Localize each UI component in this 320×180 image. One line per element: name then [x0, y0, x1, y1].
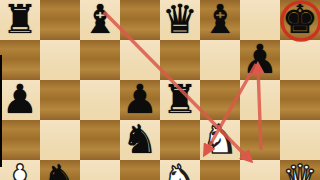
- black-queen[interactable]: ♛: [160, 0, 200, 39]
- white-knight[interactable]: ♞: [160, 159, 200, 180]
- black-bishop[interactable]: ♝: [200, 0, 240, 39]
- square-f8[interactable]: ♝: [200, 0, 240, 40]
- black-knight[interactable]: ♞: [120, 119, 160, 159]
- square-c7[interactable]: [80, 40, 120, 80]
- square-c8[interactable]: ♝: [80, 0, 120, 40]
- black-bishop[interactable]: ♝: [80, 0, 120, 39]
- square-h6[interactable]: [280, 80, 320, 120]
- square-c5[interactable]: [80, 120, 120, 160]
- square-g5[interactable]: [240, 120, 280, 160]
- board-grid: ♜♝♛♝♚♟♟♟♜♞♞♟♞♞♛: [0, 0, 320, 180]
- square-d8[interactable]: [120, 0, 160, 40]
- square-a5[interactable]: [0, 120, 40, 160]
- square-b5[interactable]: [40, 120, 80, 160]
- square-h4[interactable]: ♛: [280, 160, 320, 180]
- black-knight[interactable]: ♞: [40, 159, 80, 180]
- square-a7[interactable]: [0, 40, 40, 80]
- square-g6[interactable]: [240, 80, 280, 120]
- square-d7[interactable]: [120, 40, 160, 80]
- square-h8[interactable]: ♚: [280, 0, 320, 40]
- square-a4[interactable]: ♟: [0, 160, 40, 180]
- square-d5[interactable]: ♞: [120, 120, 160, 160]
- square-b4[interactable]: ♞: [40, 160, 80, 180]
- white-pawn[interactable]: ♟: [0, 159, 40, 180]
- square-e7[interactable]: [160, 40, 200, 80]
- square-e6[interactable]: ♜: [160, 80, 200, 120]
- square-f7[interactable]: [200, 40, 240, 80]
- black-pawn[interactable]: ♟: [0, 79, 40, 119]
- black-rook[interactable]: ♜: [0, 0, 40, 39]
- square-h7[interactable]: [280, 40, 320, 80]
- square-e5[interactable]: [160, 120, 200, 160]
- square-g4[interactable]: [240, 160, 280, 180]
- video-edge-strip: [0, 55, 2, 167]
- white-knight[interactable]: ♞: [200, 119, 240, 159]
- square-f5[interactable]: ♞: [200, 120, 240, 160]
- square-b8[interactable]: [40, 0, 80, 40]
- square-c4[interactable]: [80, 160, 120, 180]
- square-e4[interactable]: ♞: [160, 160, 200, 180]
- square-c6[interactable]: [80, 80, 120, 120]
- square-a6[interactable]: ♟: [0, 80, 40, 120]
- square-e8[interactable]: ♛: [160, 0, 200, 40]
- square-f4[interactable]: [200, 160, 240, 180]
- square-g7[interactable]: ♟: [240, 40, 280, 80]
- black-pawn[interactable]: ♟: [240, 39, 280, 79]
- square-h5[interactable]: [280, 120, 320, 160]
- black-pawn[interactable]: ♟: [120, 79, 160, 119]
- square-d6[interactable]: ♟: [120, 80, 160, 120]
- white-queen[interactable]: ♛: [280, 159, 320, 180]
- square-d4[interactable]: [120, 160, 160, 180]
- square-b7[interactable]: [40, 40, 80, 80]
- square-f6[interactable]: [200, 80, 240, 120]
- chess-board: ♜♝♛♝♚♟♟♟♜♞♞♟♞♞♛: [0, 0, 320, 180]
- black-king[interactable]: ♚: [280, 0, 320, 39]
- square-a8[interactable]: ♜: [0, 0, 40, 40]
- square-b6[interactable]: [40, 80, 80, 120]
- square-g8[interactable]: [240, 0, 280, 40]
- black-rook[interactable]: ♜: [160, 79, 200, 119]
